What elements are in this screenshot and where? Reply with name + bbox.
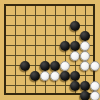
black-stone[interactable] — [70, 81, 80, 91]
black-stone[interactable] — [80, 91, 90, 100]
white-stone[interactable] — [90, 61, 100, 71]
white-stone[interactable] — [80, 51, 90, 61]
white-stone[interactable] — [80, 41, 90, 51]
black-stone[interactable] — [60, 41, 70, 51]
black-stone[interactable] — [30, 71, 40, 81]
white-stone[interactable] — [70, 51, 80, 61]
black-stone[interactable] — [50, 61, 60, 71]
black-stone[interactable] — [70, 41, 80, 51]
black-stone[interactable] — [70, 71, 80, 81]
black-stone[interactable] — [60, 71, 70, 81]
white-stone[interactable] — [50, 71, 60, 81]
go-board[interactable] — [0, 0, 100, 100]
white-stone[interactable] — [90, 81, 100, 91]
white-stone[interactable] — [90, 91, 100, 100]
black-stone[interactable] — [40, 61, 50, 71]
white-stone[interactable] — [80, 61, 90, 71]
black-stone[interactable] — [20, 61, 30, 71]
black-stone[interactable] — [80, 31, 90, 41]
white-stone[interactable] — [40, 71, 50, 81]
black-stone[interactable] — [70, 21, 80, 31]
white-stone[interactable] — [60, 61, 70, 71]
black-stone[interactable] — [80, 81, 90, 91]
